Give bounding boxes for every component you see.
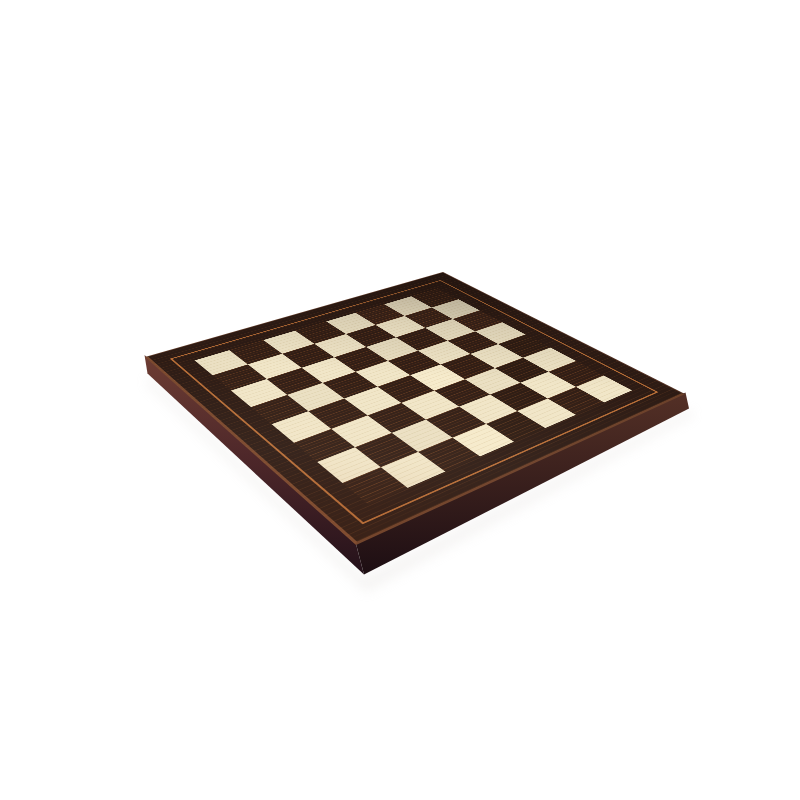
product-photo <box>0 0 800 800</box>
